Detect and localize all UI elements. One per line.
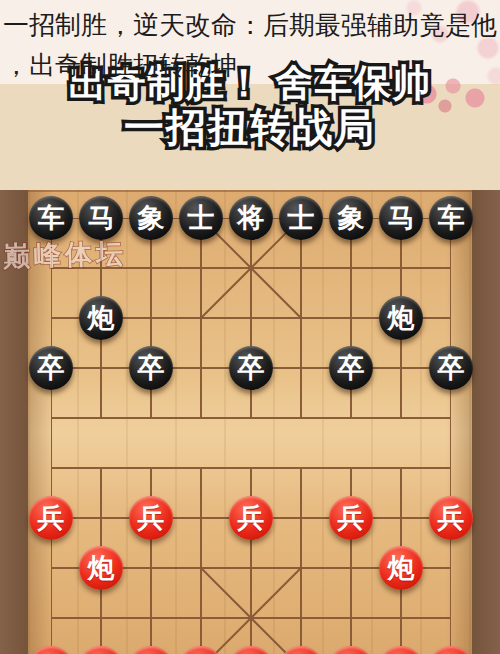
red-advisor[interactable]: 仕 [179, 646, 223, 654]
banner-title-line2: 一招扭转战局 [0, 100, 500, 155]
red-horse[interactable]: 马 [379, 646, 423, 654]
black-soldier[interactable]: 卒 [229, 346, 273, 390]
red-soldier[interactable]: 兵 [329, 496, 373, 540]
black-horse[interactable]: 马 [379, 196, 423, 240]
article-title: 一招制胜，逆天改命：后期最强辅助竟是他 ，出奇制胜扭转乾坤 [3, 5, 497, 85]
red-advisor[interactable]: 仕 [279, 646, 323, 654]
black-soldier[interactable]: 卒 [29, 346, 73, 390]
black-cannon[interactable]: 炮 [379, 296, 423, 340]
black-soldier[interactable]: 卒 [429, 346, 473, 390]
black-elephant[interactable]: 象 [329, 196, 373, 240]
red-horse[interactable]: 马 [79, 646, 123, 654]
red-soldier[interactable]: 兵 [229, 496, 273, 540]
red-general[interactable]: 帅 [229, 646, 273, 654]
red-chariot[interactable]: 车 [429, 646, 473, 654]
black-soldier[interactable]: 卒 [129, 346, 173, 390]
red-soldier[interactable]: 兵 [129, 496, 173, 540]
screenshot-root: 出奇制胜！ 舍车保帅 一招扭转战局 一招制胜，逆天改命：后期最强辅助竟是他 ，出… [0, 0, 500, 654]
red-chariot[interactable]: 车 [29, 646, 73, 654]
red-soldier[interactable]: 兵 [29, 496, 73, 540]
black-elephant[interactable]: 象 [129, 196, 173, 240]
black-chariot[interactable]: 车 [29, 196, 73, 240]
black-advisor[interactable]: 士 [279, 196, 323, 240]
article-title-line2: ，出奇制胜扭转乾坤 [3, 50, 237, 80]
watermark-text: 巅峰体坛 [3, 235, 128, 274]
black-general[interactable]: 将 [229, 196, 273, 240]
red-elephant[interactable]: 相 [329, 646, 373, 654]
article-title-line1: 一招制胜，逆天改命：后期最强辅助竟是他 [3, 10, 497, 40]
black-horse[interactable]: 马 [79, 196, 123, 240]
black-advisor[interactable]: 士 [179, 196, 223, 240]
red-soldier[interactable]: 兵 [429, 496, 473, 540]
black-chariot[interactable]: 车 [429, 196, 473, 240]
black-cannon[interactable]: 炮 [79, 296, 123, 340]
red-cannon[interactable]: 炮 [379, 546, 423, 590]
red-cannon[interactable]: 炮 [79, 546, 123, 590]
black-soldier[interactable]: 卒 [329, 346, 373, 390]
red-elephant[interactable]: 相 [129, 646, 173, 654]
